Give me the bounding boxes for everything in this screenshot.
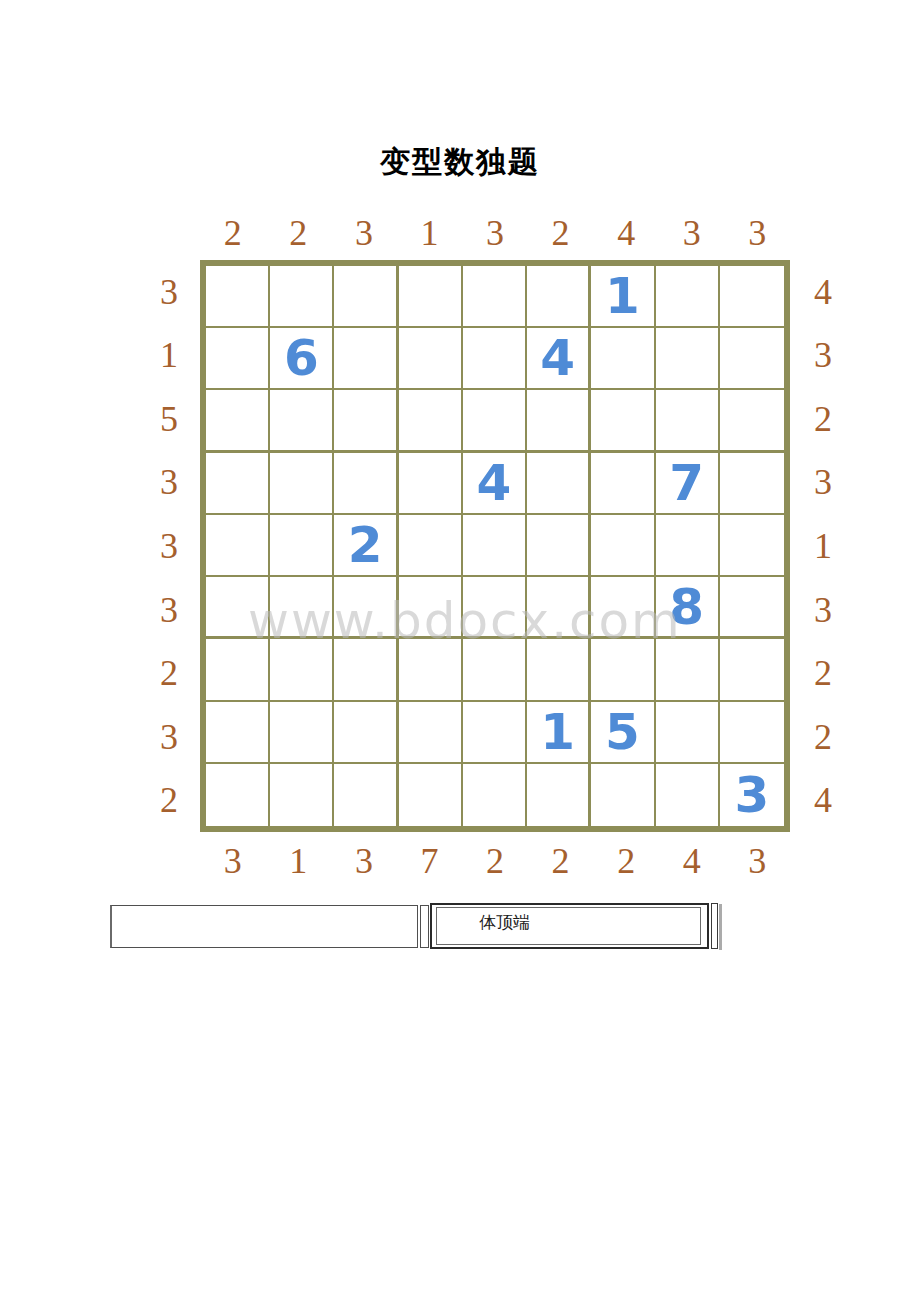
cell-r6c4[interactable]	[399, 577, 463, 639]
cell-r8c1[interactable]	[206, 702, 270, 764]
top-clue-1: 2	[200, 210, 266, 256]
cell-r9c5[interactable]	[463, 764, 527, 826]
cell-r1c5[interactable]	[463, 266, 527, 328]
cell-r1c9[interactable]	[720, 266, 784, 328]
cell-r3c8[interactable]	[656, 390, 720, 452]
cell-r2c5[interactable]	[463, 328, 527, 390]
left-clue-7: 2	[146, 641, 192, 705]
sudoku-board: 1644728153	[200, 260, 790, 832]
top-clue-5: 3	[462, 210, 528, 256]
cell-r9c9[interactable]: 3	[720, 764, 784, 826]
bottom-clue-4: 7	[397, 838, 463, 884]
cell-r1c6[interactable]	[527, 266, 591, 328]
cell-r8c7[interactable]: 5	[591, 702, 655, 764]
cell-r2c3[interactable]	[334, 328, 398, 390]
top-clues: 223132433	[200, 210, 790, 256]
footer-divider-box	[420, 905, 429, 948]
left-clue-5: 3	[146, 514, 192, 578]
cell-r6c9[interactable]	[720, 577, 784, 639]
cell-r6c8[interactable]: 8	[656, 577, 720, 639]
cell-r4c8[interactable]: 7	[656, 453, 720, 515]
cell-r5c4[interactable]	[399, 515, 463, 577]
cell-r7c9[interactable]	[720, 639, 784, 701]
sudoku-grid: 1644728153	[206, 266, 784, 826]
cell-r8c4[interactable]	[399, 702, 463, 764]
cell-r4c1[interactable]	[206, 453, 270, 515]
cell-r2c2[interactable]: 6	[270, 328, 334, 390]
cell-r3c2[interactable]	[270, 390, 334, 452]
cell-r9c7[interactable]	[591, 764, 655, 826]
cell-r3c5[interactable]	[463, 390, 527, 452]
top-clue-6: 2	[528, 210, 594, 256]
top-clue-3: 3	[331, 210, 397, 256]
cell-r2c8[interactable]	[656, 328, 720, 390]
cell-r1c8[interactable]	[656, 266, 720, 328]
cell-r1c1[interactable]	[206, 266, 270, 328]
cell-r7c3[interactable]	[334, 639, 398, 701]
cell-r1c3[interactable]	[334, 266, 398, 328]
bottom-clue-2: 1	[266, 838, 332, 884]
right-clue-7: 2	[800, 641, 846, 705]
cell-r4c7[interactable]	[591, 453, 655, 515]
right-clue-9: 4	[800, 769, 846, 833]
right-clue-3: 2	[800, 387, 846, 451]
left-clue-4: 3	[146, 451, 192, 515]
cell-r6c1[interactable]	[206, 577, 270, 639]
top-clue-7: 4	[593, 210, 659, 256]
right-clue-5: 1	[800, 514, 846, 578]
left-clue-1: 3	[146, 260, 192, 324]
footer-nav-label[interactable]: 体顶端	[436, 907, 701, 945]
cell-r7c1[interactable]	[206, 639, 270, 701]
cell-r4c5[interactable]: 4	[463, 453, 527, 515]
cell-r7c2[interactable]	[270, 639, 334, 701]
cell-r5c9[interactable]	[720, 515, 784, 577]
cell-r5c8[interactable]	[656, 515, 720, 577]
bottom-clue-5: 2	[462, 838, 528, 884]
cell-r4c3[interactable]	[334, 453, 398, 515]
cell-r8c9[interactable]	[720, 702, 784, 764]
cell-r2c1[interactable]	[206, 328, 270, 390]
footer-right-shadow	[719, 904, 722, 950]
left-clue-8: 3	[146, 705, 192, 769]
cell-r3c1[interactable]	[206, 390, 270, 452]
bottom-clue-1: 3	[200, 838, 266, 884]
cell-r3c3[interactable]	[334, 390, 398, 452]
cell-r9c1[interactable]	[206, 764, 270, 826]
cell-r9c2[interactable]	[270, 764, 334, 826]
cell-r1c2[interactable]	[270, 266, 334, 328]
left-clue-9: 2	[146, 769, 192, 833]
bottom-clue-7: 2	[593, 838, 659, 884]
bottom-clue-6: 2	[528, 838, 594, 884]
cell-r5c7[interactable]	[591, 515, 655, 577]
cell-r4c2[interactable]	[270, 453, 334, 515]
cell-r1c4[interactable]	[399, 266, 463, 328]
cell-r6c7[interactable]	[591, 577, 655, 639]
cell-r4c6[interactable]	[527, 453, 591, 515]
top-clue-9: 3	[725, 210, 791, 256]
cell-r5c2[interactable]	[270, 515, 334, 577]
footer-nav-box: 体顶端	[430, 903, 709, 949]
cell-r8c8[interactable]	[656, 702, 720, 764]
cell-r4c9[interactable]	[720, 453, 784, 515]
cell-r3c9[interactable]	[720, 390, 784, 452]
cell-r9c6[interactable]	[527, 764, 591, 826]
cell-r2c6[interactable]: 4	[527, 328, 591, 390]
bottom-clue-3: 3	[331, 838, 397, 884]
right-clue-6: 3	[800, 578, 846, 642]
cell-r3c4[interactable]	[399, 390, 463, 452]
cell-r5c5[interactable]	[463, 515, 527, 577]
cell-r2c9[interactable]	[720, 328, 784, 390]
bottom-clue-8: 4	[659, 838, 725, 884]
cell-r7c5[interactable]	[463, 639, 527, 701]
top-clue-4: 1	[397, 210, 463, 256]
top-clue-8: 3	[659, 210, 725, 256]
cell-r8c5[interactable]	[463, 702, 527, 764]
cell-r8c2[interactable]	[270, 702, 334, 764]
footer-left-box	[110, 905, 418, 948]
right-clue-1: 4	[800, 260, 846, 324]
cell-r6c2[interactable]	[270, 577, 334, 639]
cell-r3c6[interactable]	[527, 390, 591, 452]
cell-r5c1[interactable]	[206, 515, 270, 577]
cell-r6c3[interactable]	[334, 577, 398, 639]
page-title: 变型数独题	[0, 142, 920, 183]
left-clues: 315333232	[146, 260, 192, 832]
footer-right-strip	[711, 903, 718, 949]
bottom-clue-9: 3	[725, 838, 791, 884]
cell-r7c4[interactable]	[399, 639, 463, 701]
cell-r4c4[interactable]	[399, 453, 463, 515]
cell-r2c7[interactable]	[591, 328, 655, 390]
bottom-clues: 313722243	[200, 838, 790, 884]
cell-r1c7[interactable]: 1	[591, 266, 655, 328]
cell-r9c8[interactable]	[656, 764, 720, 826]
cell-r9c4[interactable]	[399, 764, 463, 826]
cell-r5c3[interactable]: 2	[334, 515, 398, 577]
cell-r9c3[interactable]	[334, 764, 398, 826]
right-clue-4: 3	[800, 451, 846, 515]
left-clue-6: 3	[146, 578, 192, 642]
right-clues: 432313224	[800, 260, 846, 832]
cell-r8c6[interactable]: 1	[527, 702, 591, 764]
cell-r3c7[interactable]	[591, 390, 655, 452]
cell-r5c6[interactable]	[527, 515, 591, 577]
left-clue-2: 1	[146, 324, 192, 388]
left-clue-3: 5	[146, 387, 192, 451]
right-clue-8: 2	[800, 705, 846, 769]
cell-r6c5[interactable]	[463, 577, 527, 639]
right-clue-2: 3	[800, 324, 846, 388]
cell-r7c8[interactable]	[656, 639, 720, 701]
cell-r2c4[interactable]	[399, 328, 463, 390]
cell-r7c6[interactable]	[527, 639, 591, 701]
cell-r6c6[interactable]	[527, 577, 591, 639]
top-clue-2: 2	[266, 210, 332, 256]
cell-r8c3[interactable]	[334, 702, 398, 764]
cell-r7c7[interactable]	[591, 639, 655, 701]
